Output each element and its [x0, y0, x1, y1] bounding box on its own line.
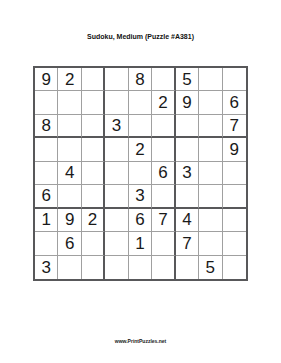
cell-r5c5 [129, 162, 152, 185]
cell-r7c4 [105, 209, 128, 232]
cell-r4c8 [199, 138, 222, 161]
cell-r2c1 [35, 91, 58, 114]
cell-r9c3 [82, 256, 105, 279]
cell-r4c9: 9 [223, 138, 246, 161]
cell-r7c2: 9 [58, 209, 81, 232]
cell-r3c3 [82, 115, 105, 138]
cell-r8c9 [223, 232, 246, 255]
cell-r5c2: 4 [58, 162, 81, 185]
cell-r9c5 [129, 256, 152, 279]
cell-r5c7: 3 [176, 162, 199, 185]
cell-r2c6: 2 [152, 91, 175, 114]
cell-r3c2 [58, 115, 81, 138]
cell-r7c9 [223, 209, 246, 232]
cell-r5c3 [82, 162, 105, 185]
cell-r9c9 [223, 256, 246, 279]
cell-r5c8 [199, 162, 222, 185]
cell-r6c8 [199, 185, 222, 208]
cell-r6c6 [152, 185, 175, 208]
cell-r2c2 [58, 91, 81, 114]
cell-r2c8 [199, 91, 222, 114]
cell-r2c3 [82, 91, 105, 114]
cell-r7c1: 1 [35, 209, 58, 232]
cell-r6c5: 3 [129, 185, 152, 208]
cell-r8c8 [199, 232, 222, 255]
cell-r1c7: 5 [176, 68, 199, 91]
cell-r4c4 [105, 138, 128, 161]
cell-r5c9 [223, 162, 246, 185]
cell-r4c7 [176, 138, 199, 161]
cell-r4c5: 2 [129, 138, 152, 161]
cell-r3c4: 3 [105, 115, 128, 138]
cell-r9c8: 5 [199, 256, 222, 279]
cell-r7c3: 2 [82, 209, 105, 232]
cell-r8c2: 6 [58, 232, 81, 255]
cell-r3c1: 8 [35, 115, 58, 138]
cell-r1c4 [105, 68, 128, 91]
cell-r1c3 [82, 68, 105, 91]
cell-r8c4 [105, 232, 128, 255]
cell-r4c1 [35, 138, 58, 161]
footer-url: www.PrintPuzzles.net [0, 338, 281, 344]
cell-r8c7: 7 [176, 232, 199, 255]
cell-r9c7 [176, 256, 199, 279]
cell-r1c6 [152, 68, 175, 91]
cell-r6c1: 6 [35, 185, 58, 208]
cell-r9c2 [58, 256, 81, 279]
cell-r3c6 [152, 115, 175, 138]
cell-r8c1 [35, 232, 58, 255]
cell-r7c7: 4 [176, 209, 199, 232]
cell-r1c9 [223, 68, 246, 91]
cell-r6c4 [105, 185, 128, 208]
cell-r4c3 [82, 138, 105, 161]
cell-r6c7 [176, 185, 199, 208]
cell-r3c7 [176, 115, 199, 138]
cell-r2c9: 6 [223, 91, 246, 114]
cell-r1c1: 9 [35, 68, 58, 91]
cell-r1c5: 8 [129, 68, 152, 91]
cell-r3c8 [199, 115, 222, 138]
cell-r8c5: 1 [129, 232, 152, 255]
cell-r4c6 [152, 138, 175, 161]
cell-r1c2: 2 [58, 68, 81, 91]
cell-r6c2 [58, 185, 81, 208]
sudoku-board: 9285296837294636319267461735 [33, 66, 248, 281]
cell-r5c1 [35, 162, 58, 185]
cell-r8c3 [82, 232, 105, 255]
cell-r3c5 [129, 115, 152, 138]
cell-r8c6 [152, 232, 175, 255]
cell-r3c9: 7 [223, 115, 246, 138]
cell-r1c8 [199, 68, 222, 91]
cell-r5c4 [105, 162, 128, 185]
cell-r2c5 [129, 91, 152, 114]
cell-r2c7: 9 [176, 91, 199, 114]
cell-r7c6: 7 [152, 209, 175, 232]
cell-r6c9 [223, 185, 246, 208]
cell-r7c8 [199, 209, 222, 232]
cell-r5c6: 6 [152, 162, 175, 185]
cell-r7c5: 6 [129, 209, 152, 232]
cell-r2c4 [105, 91, 128, 114]
cell-r9c6 [152, 256, 175, 279]
cell-r4c2 [58, 138, 81, 161]
cell-r9c4 [105, 256, 128, 279]
cell-r6c3 [82, 185, 105, 208]
puzzle-title: Sudoku, Medium (Puzzle #A381) [0, 33, 281, 41]
cell-r9c1: 3 [35, 256, 58, 279]
